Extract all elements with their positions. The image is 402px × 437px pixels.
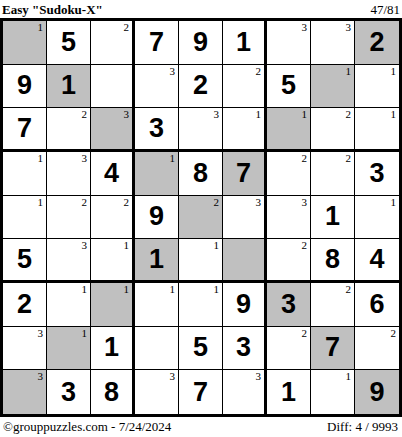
pencil-mark: 1 xyxy=(38,21,44,34)
pencil-mark: 2 xyxy=(302,327,308,340)
pencil-mark: 1 xyxy=(346,370,352,383)
pencil-mark: 1 xyxy=(256,108,262,121)
pencil-mark: 2 xyxy=(214,196,220,209)
pencil-mark: 1 xyxy=(38,152,44,165)
cell-r4c4[interactable]: 1 xyxy=(135,152,179,196)
pencil-mark: 2 xyxy=(256,65,262,78)
cell-r4c8[interactable]: 2 xyxy=(311,152,355,196)
copyright-date: ©grouppuzzles.com - 7/24/2024 xyxy=(3,419,171,435)
cell-r8c4[interactable] xyxy=(135,327,179,371)
given-digit: 7 xyxy=(17,115,32,142)
pencil-mark: 2 xyxy=(346,152,352,165)
cell-r3c8[interactable]: 2 xyxy=(311,108,355,152)
pencil-mark: 1 xyxy=(214,283,220,296)
given-digit: 2 xyxy=(369,29,384,56)
page-title: Easy "Sudoku-X" xyxy=(2,2,103,18)
cell-r2c1[interactable]: 9 xyxy=(3,65,47,109)
cell-r9c4[interactable]: 3 xyxy=(135,370,179,414)
cell-r9c2[interactable]: 3 xyxy=(47,370,91,414)
given-digit: 1 xyxy=(149,246,164,273)
header: Easy "Sudoku-X" 47/81 xyxy=(0,0,402,18)
pencil-mark: 1 xyxy=(38,196,44,209)
pencil-mark: 3 xyxy=(124,108,130,121)
cell-r8c1[interactable]: 3 xyxy=(3,327,47,371)
cell-r3c2[interactable]: 2 xyxy=(47,108,91,152)
pencil-mark: 3 xyxy=(302,21,308,34)
cell-r6c2[interactable]: 3 xyxy=(47,239,91,283)
cell-r1c8[interactable]: 3 xyxy=(311,21,355,65)
pencil-mark: 1 xyxy=(82,283,88,296)
cell-r3c6[interactable]: 1 xyxy=(223,108,267,152)
pencil-mark: 3 xyxy=(214,108,220,121)
given-digit: 5 xyxy=(17,246,32,273)
puzzle-page: Easy "Sudoku-X" 47/81 152791332913225117… xyxy=(0,0,402,437)
cell-r2c2[interactable]: 1 xyxy=(47,65,91,109)
pencil-mark: 1 xyxy=(391,65,397,78)
cell-r5c8[interactable]: 1 xyxy=(311,196,355,240)
given-digit: 7 xyxy=(325,334,340,361)
cell-r7c4[interactable]: 1 xyxy=(135,283,179,327)
cell-r2c3[interactable] xyxy=(91,65,135,109)
pencil-mark: 2 xyxy=(346,283,352,296)
given-digit: 3 xyxy=(236,334,251,361)
cell-r2c8[interactable]: 1 xyxy=(311,65,355,109)
pencil-mark: 2 xyxy=(82,196,88,209)
cell-r7c5[interactable]: 1 xyxy=(179,283,223,327)
cell-r9c8[interactable]: 1 xyxy=(311,370,355,414)
footer: ©grouppuzzles.com - 7/24/2024 Diff: 4 / … xyxy=(0,417,402,437)
cell-r1c9[interactable]: 2 xyxy=(355,21,399,65)
blank-cell-counter: 47/81 xyxy=(370,2,400,18)
cell-r8c6[interactable]: 3 xyxy=(223,327,267,371)
pencil-mark: 1 xyxy=(124,239,130,252)
cell-r1c5[interactable]: 9 xyxy=(179,21,223,65)
cell-r4c2[interactable]: 3 xyxy=(47,152,91,196)
cell-r4c7[interactable]: 2 xyxy=(267,152,311,196)
cell-r9c6[interactable]: 3 xyxy=(223,370,267,414)
given-digit: 1 xyxy=(104,334,119,361)
pencil-mark: 1 xyxy=(124,283,130,296)
cell-r6c8[interactable]: 8 xyxy=(311,239,355,283)
cell-r3c7[interactable]: 1 xyxy=(267,108,311,152)
given-digit: 4 xyxy=(104,160,119,187)
cell-r5c7[interactable]: 3 xyxy=(267,196,311,240)
cell-r3c5[interactable]: 3 xyxy=(179,108,223,152)
cell-r5c4[interactable]: 9 xyxy=(135,196,179,240)
given-digit: 3 xyxy=(369,160,384,187)
cell-r3c3[interactable]: 3 xyxy=(91,108,135,152)
cell-r1c6[interactable]: 1 xyxy=(223,21,267,65)
given-digit: 1 xyxy=(61,72,76,99)
cell-r9c7[interactable]: 1 xyxy=(267,370,311,414)
given-digit: 3 xyxy=(149,115,164,142)
cell-r3c9[interactable]: 1 xyxy=(355,108,399,152)
cell-r9c3[interactable]: 8 xyxy=(91,370,135,414)
cell-r8c7[interactable]: 2 xyxy=(267,327,311,371)
cell-r8c5[interactable]: 5 xyxy=(179,327,223,371)
cell-r9c1[interactable]: 3 xyxy=(3,370,47,414)
pencil-mark: 3 xyxy=(82,239,88,252)
given-digit: 2 xyxy=(193,72,208,99)
pencil-mark: 3 xyxy=(38,370,44,383)
cell-r8c9[interactable]: 2 xyxy=(355,327,399,371)
pencil-mark: 3 xyxy=(302,196,308,209)
given-digit: 5 xyxy=(193,334,208,361)
cell-r1c4[interactable]: 7 xyxy=(135,21,179,65)
cell-r6c6[interactable] xyxy=(223,239,267,283)
pencil-mark: 3 xyxy=(170,65,176,78)
pencil-mark: 2 xyxy=(124,21,130,34)
cell-r1c7[interactable]: 3 xyxy=(267,21,311,65)
cell-r7c3[interactable]: 1 xyxy=(91,283,135,327)
cell-r2c5[interactable]: 2 xyxy=(179,65,223,109)
cell-r2c6[interactable]: 2 xyxy=(223,65,267,109)
given-digit: 3 xyxy=(61,379,76,406)
given-digit: 9 xyxy=(369,379,384,406)
given-digit: 7 xyxy=(149,29,164,56)
pencil-mark: 1 xyxy=(170,152,176,165)
given-digit: 9 xyxy=(236,291,251,318)
cell-r8c2[interactable]: 1 xyxy=(47,327,91,371)
pencil-mark: 3 xyxy=(256,370,262,383)
sudoku-board: 1527913329132251172333112113418722312292… xyxy=(0,18,402,417)
pencil-mark: 1 xyxy=(391,108,397,121)
cell-r6c3[interactable]: 1 xyxy=(91,239,135,283)
cell-r8c8[interactable]: 7 xyxy=(311,327,355,371)
given-digit: 9 xyxy=(17,72,32,99)
cell-r8c3[interactable]: 1 xyxy=(91,327,135,371)
cell-r7c6[interactable]: 9 xyxy=(223,283,267,327)
cell-r6c4[interactable]: 1 xyxy=(135,239,179,283)
pencil-mark: 1 xyxy=(346,65,352,78)
given-digit: 8 xyxy=(325,246,340,273)
given-digit: 8 xyxy=(193,160,208,187)
given-digit: 1 xyxy=(325,203,340,230)
cell-r4c9[interactable]: 3 xyxy=(355,152,399,196)
cell-r7c9[interactable]: 6 xyxy=(355,283,399,327)
cell-r9c5[interactable]: 7 xyxy=(179,370,223,414)
cell-r9c9[interactable]: 9 xyxy=(355,370,399,414)
given-digit: 8 xyxy=(104,379,119,406)
given-digit: 1 xyxy=(236,29,251,56)
pencil-mark: 2 xyxy=(346,108,352,121)
cell-r3c1[interactable]: 7 xyxy=(3,108,47,152)
given-digit: 4 xyxy=(369,246,384,273)
cell-r4c5[interactable]: 8 xyxy=(179,152,223,196)
pencil-mark: 3 xyxy=(170,370,176,383)
cell-r5c6[interactable]: 3 xyxy=(223,196,267,240)
given-digit: 5 xyxy=(61,29,76,56)
cell-r2c7[interactable]: 5 xyxy=(267,65,311,109)
pencil-mark: 2 xyxy=(124,196,130,209)
cell-r7c7[interactable]: 3 xyxy=(267,283,311,327)
pencil-mark: 1 xyxy=(82,327,88,340)
pencil-mark: 2 xyxy=(302,152,308,165)
pencil-mark: 3 xyxy=(38,327,44,340)
given-digit: 2 xyxy=(17,291,32,318)
pencil-mark: 3 xyxy=(346,21,352,34)
pencil-mark: 1 xyxy=(170,283,176,296)
cell-r6c5[interactable]: 1 xyxy=(179,239,223,283)
pencil-mark: 2 xyxy=(82,108,88,121)
given-digit: 3 xyxy=(281,291,296,318)
cell-r5c1[interactable]: 1 xyxy=(3,196,47,240)
cell-r4c1[interactable]: 1 xyxy=(3,152,47,196)
cell-r1c1[interactable]: 1 xyxy=(3,21,47,65)
given-digit: 7 xyxy=(236,160,251,187)
cell-r5c3[interactable]: 2 xyxy=(91,196,135,240)
given-digit: 6 xyxy=(369,291,384,318)
cell-r7c1[interactable]: 2 xyxy=(3,283,47,327)
cell-r6c7[interactable]: 2 xyxy=(267,239,311,283)
cell-r5c5[interactable]: 2 xyxy=(179,196,223,240)
cell-r2c4[interactable]: 3 xyxy=(135,65,179,109)
cell-r2c9[interactable]: 1 xyxy=(355,65,399,109)
cell-r6c9[interactable]: 4 xyxy=(355,239,399,283)
cell-r4c6[interactable]: 7 xyxy=(223,152,267,196)
difficulty-label: Diff: 4 / 9993 xyxy=(327,419,398,435)
pencil-mark: 2 xyxy=(302,239,308,252)
pencil-mark: 3 xyxy=(82,152,88,165)
pencil-mark: 2 xyxy=(391,327,397,340)
cell-r7c8[interactable]: 2 xyxy=(311,283,355,327)
given-digit: 7 xyxy=(193,379,208,406)
given-digit: 1 xyxy=(281,379,296,406)
cell-r7c2[interactable]: 1 xyxy=(47,283,91,327)
cell-r3c4[interactable]: 3 xyxy=(135,108,179,152)
pencil-mark: 1 xyxy=(391,196,397,209)
cell-r4c3[interactable]: 4 xyxy=(91,152,135,196)
cell-r1c3[interactable]: 2 xyxy=(91,21,135,65)
given-digit: 5 xyxy=(281,72,296,99)
pencil-mark: 1 xyxy=(302,108,308,121)
cell-r6c1[interactable]: 5 xyxy=(3,239,47,283)
cell-r1c2[interactable]: 5 xyxy=(47,21,91,65)
pencil-mark: 3 xyxy=(256,196,262,209)
cell-r5c2[interactable]: 2 xyxy=(47,196,91,240)
cell-r5c9[interactable]: 1 xyxy=(355,196,399,240)
pencil-mark: 1 xyxy=(214,239,220,252)
given-digit: 9 xyxy=(193,29,208,56)
given-digit: 9 xyxy=(149,203,164,230)
